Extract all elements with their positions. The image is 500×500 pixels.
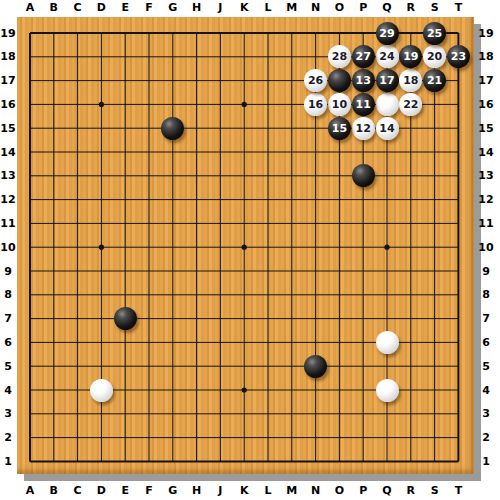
row-label-left: 7 <box>0 311 16 326</box>
stone-white-p15[interactable]: 12 <box>352 117 375 140</box>
stone-black-p13[interactable] <box>352 164 375 187</box>
row-label-right: 19 <box>477 26 495 41</box>
star-point <box>242 245 247 250</box>
column-label-top: S <box>425 0 445 15</box>
move-number: 20 <box>423 45 446 68</box>
row-label-left: 2 <box>0 430 16 445</box>
stone-black-g15[interactable] <box>161 117 184 140</box>
column-label-bottom: M <box>282 483 302 498</box>
row-label-right: 17 <box>477 73 495 88</box>
star-point <box>384 245 389 250</box>
row-label-right: 6 <box>477 335 495 350</box>
move-number: 29 <box>376 22 399 45</box>
move-number: 21 <box>423 69 446 92</box>
row-label-right: 7 <box>477 311 495 326</box>
row-label-left: 14 <box>0 145 16 160</box>
column-label-bottom: G <box>163 483 183 498</box>
row-label-left: 5 <box>0 359 16 374</box>
row-label-right: 10 <box>477 240 495 255</box>
column-label-bottom: R <box>401 483 421 498</box>
row-label-left: 11 <box>0 216 16 231</box>
row-label-right: 18 <box>477 49 495 64</box>
stone-black-r18[interactable]: 19 <box>399 45 422 68</box>
move-number: 22 <box>399 93 422 116</box>
column-label-bottom: C <box>68 483 88 498</box>
move-number: 23 <box>447 45 470 68</box>
row-label-left: 15 <box>0 121 16 136</box>
row-label-right: 2 <box>477 430 495 445</box>
row-label-right: 4 <box>477 383 495 398</box>
stone-black-t18[interactable]: 23 <box>447 45 470 68</box>
go-board[interactable]: 1011121314151617181920212223242526272829 <box>17 17 474 474</box>
column-label-top: D <box>91 0 111 15</box>
star-point <box>99 245 104 250</box>
move-number: 26 <box>304 69 327 92</box>
move-number: 19 <box>399 45 422 68</box>
row-label-right: 3 <box>477 406 495 421</box>
column-label-bottom: T <box>448 483 468 498</box>
row-label-right: 14 <box>477 145 495 160</box>
star-point <box>242 387 247 392</box>
column-label-top: N <box>306 0 326 15</box>
stone-white-o16[interactable]: 10 <box>328 93 351 116</box>
column-label-bottom: N <box>306 483 326 498</box>
column-label-top: M <box>282 0 302 15</box>
row-label-left: 17 <box>0 73 16 88</box>
row-label-left: 3 <box>0 406 16 421</box>
stone-black-p18[interactable]: 27 <box>352 45 375 68</box>
move-number: 10 <box>328 93 351 116</box>
column-label-top: G <box>163 0 183 15</box>
move-number: 25 <box>423 22 446 45</box>
column-label-top: R <box>401 0 421 15</box>
row-label-left: 16 <box>0 97 16 112</box>
column-label-bottom: D <box>91 483 111 498</box>
stone-black-o15[interactable]: 15 <box>328 117 351 140</box>
row-label-left: 6 <box>0 335 16 350</box>
stone-black-s19[interactable]: 25 <box>423 22 446 45</box>
stone-white-d4[interactable] <box>90 379 113 402</box>
move-number: 13 <box>352 69 375 92</box>
column-label-bottom: J <box>210 483 230 498</box>
row-label-right: 8 <box>477 287 495 302</box>
column-label-top: C <box>68 0 88 15</box>
stone-black-p16[interactable]: 11 <box>352 93 375 116</box>
move-number: 17 <box>376 69 399 92</box>
row-label-right: 9 <box>477 264 495 279</box>
column-label-top: P <box>353 0 373 15</box>
move-number: 28 <box>328 45 351 68</box>
stone-black-e7[interactable] <box>114 307 137 330</box>
column-label-bottom: O <box>329 483 349 498</box>
stone-white-o18[interactable]: 28 <box>328 45 351 68</box>
stone-black-s17[interactable]: 21 <box>423 69 446 92</box>
row-label-left: 9 <box>0 264 16 279</box>
row-label-right: 15 <box>477 121 495 136</box>
row-label-left: 8 <box>0 287 16 302</box>
move-number: 16 <box>304 93 327 116</box>
stone-white-n17[interactable]: 26 <box>304 69 327 92</box>
column-label-bottom: H <box>187 483 207 498</box>
stone-black-p17[interactable]: 13 <box>352 69 375 92</box>
stone-black-q17[interactable]: 17 <box>376 69 399 92</box>
stone-white-q15[interactable]: 14 <box>376 117 399 140</box>
move-number: 14 <box>376 117 399 140</box>
row-label-left: 13 <box>0 168 16 183</box>
stone-white-r16[interactable]: 22 <box>399 93 422 116</box>
column-label-bottom: F <box>139 483 159 498</box>
column-label-top: J <box>210 0 230 15</box>
column-label-bottom: S <box>425 483 445 498</box>
column-label-top: B <box>44 0 64 15</box>
move-number: 18 <box>399 69 422 92</box>
column-label-top: E <box>115 0 135 15</box>
stone-black-o17[interactable] <box>328 69 351 92</box>
column-label-bottom: P <box>353 483 373 498</box>
move-number: 15 <box>328 117 351 140</box>
row-label-right: 5 <box>477 359 495 374</box>
stone-white-n16[interactable]: 16 <box>304 93 327 116</box>
move-number: 12 <box>352 117 375 140</box>
column-label-top: L <box>258 0 278 15</box>
move-number: 11 <box>352 93 375 116</box>
column-label-bottom: K <box>234 483 254 498</box>
star-point <box>242 102 247 107</box>
column-label-bottom: B <box>44 483 64 498</box>
column-label-top: F <box>139 0 159 15</box>
stone-white-q4[interactable] <box>376 379 399 402</box>
star-point <box>99 102 104 107</box>
move-number: 24 <box>376 45 399 68</box>
column-label-bottom: A <box>20 483 40 498</box>
stone-white-q16[interactable] <box>376 93 399 116</box>
column-label-bottom: E <box>115 483 135 498</box>
row-label-left: 18 <box>0 49 16 64</box>
column-label-top: A <box>20 0 40 15</box>
column-label-top: Q <box>377 0 397 15</box>
stone-white-s18[interactable]: 20 <box>423 45 446 68</box>
stone-white-q6[interactable] <box>376 331 399 354</box>
row-label-left: 10 <box>0 240 16 255</box>
row-label-right: 11 <box>477 216 495 231</box>
column-label-bottom: L <box>258 483 278 498</box>
move-number: 27 <box>352 45 375 68</box>
column-label-bottom: Q <box>377 483 397 498</box>
stone-black-q19[interactable]: 29 <box>376 22 399 45</box>
column-label-top: K <box>234 0 254 15</box>
row-label-right: 16 <box>477 97 495 112</box>
row-label-right: 13 <box>477 168 495 183</box>
row-label-right: 12 <box>477 192 495 207</box>
stone-white-q18[interactable]: 24 <box>376 45 399 68</box>
row-label-left: 19 <box>0 26 16 41</box>
column-label-top: T <box>448 0 468 15</box>
row-label-left: 12 <box>0 192 16 207</box>
stone-black-n5[interactable] <box>304 355 327 378</box>
column-label-top: O <box>329 0 349 15</box>
row-label-left: 1 <box>0 454 16 469</box>
row-label-left: 4 <box>0 383 16 398</box>
stone-white-r17[interactable]: 18 <box>399 69 422 92</box>
row-label-right: 1 <box>477 454 495 469</box>
column-label-top: H <box>187 0 207 15</box>
